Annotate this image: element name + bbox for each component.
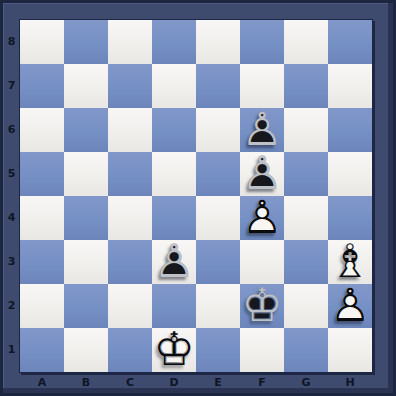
square-h1[interactable] [328,328,372,372]
square-h6[interactable] [328,108,372,152]
rank-label-1: 1 [3,328,20,372]
square-c7[interactable] [108,64,152,108]
board: ♟♙♟♙♟♙♟♙♝♗♚♔♟♙♚♔ [20,20,372,372]
rank-label-5: 5 [3,152,20,196]
square-g6[interactable] [284,108,328,152]
square-e4[interactable] [196,196,240,240]
square-e5[interactable] [196,152,240,196]
black-pawn-f5[interactable]: ♟♙ [240,152,284,196]
square-d1[interactable]: ♚♔ [152,328,196,372]
file-label-g: G [284,374,328,394]
bishop-glyph-fill: ♝ [328,239,372,283]
square-f4[interactable]: ♟♙ [240,196,284,240]
rank-labels: 87654321 [3,20,20,372]
king-glyph-outline: ♔ [152,327,196,371]
square-c6[interactable] [108,108,152,152]
pawn-glyph-outline: ♙ [328,283,372,327]
pawn-glyph-fill: ♟ [240,107,284,151]
rank-label-7: 7 [3,64,20,108]
square-a4[interactable] [20,196,64,240]
file-label-d: D [152,374,196,394]
file-label-f: F [240,374,284,394]
rank-label-3: 3 [3,240,20,284]
square-h7[interactable] [328,64,372,108]
king-glyph-fill: ♚ [152,327,196,371]
square-f5[interactable]: ♟♙ [240,152,284,196]
square-e2[interactable] [196,284,240,328]
file-label-c: C [108,374,152,394]
white-bishop-h3[interactable]: ♝♗ [328,240,372,284]
square-a2[interactable] [20,284,64,328]
square-a5[interactable] [20,152,64,196]
square-a3[interactable] [20,240,64,284]
king-glyph-outline: ♔ [240,283,284,327]
square-f6[interactable]: ♟♙ [240,108,284,152]
rank-label-2: 2 [3,284,20,328]
square-d7[interactable] [152,64,196,108]
square-c5[interactable] [108,152,152,196]
file-labels: ABCDEFGH [20,374,372,394]
square-h4[interactable] [328,196,372,240]
rank-label-8: 8 [3,20,20,64]
square-c2[interactable] [108,284,152,328]
square-g7[interactable] [284,64,328,108]
square-e1[interactable] [196,328,240,372]
square-e6[interactable] [196,108,240,152]
square-f1[interactable] [240,328,284,372]
pawn-glyph-outline: ♙ [240,151,284,195]
pawn-glyph-fill: ♟ [328,283,372,327]
rank-label-4: 4 [3,196,20,240]
square-d6[interactable] [152,108,196,152]
square-c3[interactable] [108,240,152,284]
square-d8[interactable] [152,20,196,64]
king-glyph-fill: ♚ [240,283,284,327]
square-a6[interactable] [20,108,64,152]
black-pawn-d3[interactable]: ♟♙ [152,240,196,284]
file-label-h: H [328,374,372,394]
file-label-a: A [20,374,64,394]
square-g5[interactable] [284,152,328,196]
square-h5[interactable] [328,152,372,196]
square-g3[interactable] [284,240,328,284]
pawn-glyph-outline: ♙ [152,239,196,283]
square-f8[interactable] [240,20,284,64]
square-c1[interactable] [108,328,152,372]
square-g8[interactable] [284,20,328,64]
square-f7[interactable] [240,64,284,108]
square-b1[interactable] [64,328,108,372]
square-d2[interactable] [152,284,196,328]
white-pawn-h2[interactable]: ♟♙ [328,284,372,328]
black-pawn-f6[interactable]: ♟♙ [240,108,284,152]
pawn-glyph-outline: ♙ [240,107,284,151]
pawn-glyph-fill: ♟ [240,195,284,239]
square-c4[interactable] [108,196,152,240]
square-b3[interactable] [64,240,108,284]
pawn-glyph-outline: ♙ [240,195,284,239]
square-f3[interactable] [240,240,284,284]
square-b7[interactable] [64,64,108,108]
file-label-e: E [196,374,240,394]
bishop-glyph-outline: ♗ [328,239,372,283]
square-a1[interactable] [20,328,64,372]
square-h3[interactable]: ♝♗ [328,240,372,284]
rank-label-6: 6 [3,108,20,152]
white-pawn-f4[interactable]: ♟♙ [240,196,284,240]
square-d5[interactable] [152,152,196,196]
pawn-glyph-fill: ♟ [240,151,284,195]
square-f2[interactable]: ♚♔ [240,284,284,328]
square-b2[interactable] [64,284,108,328]
pawn-glyph-fill: ♟ [152,239,196,283]
square-d4[interactable] [152,196,196,240]
square-e7[interactable] [196,64,240,108]
square-g2[interactable] [284,284,328,328]
square-h2[interactable]: ♟♙ [328,284,372,328]
black-king-f2[interactable]: ♚♔ [240,284,284,328]
square-b6[interactable] [64,108,108,152]
square-d3[interactable]: ♟♙ [152,240,196,284]
square-b8[interactable] [64,20,108,64]
square-c8[interactable] [108,20,152,64]
file-label-b: B [64,374,108,394]
square-b4[interactable] [64,196,108,240]
square-g4[interactable] [284,196,328,240]
chessboard-frame: 87654321 ♟♙♟♙♟♙♟♙♝♗♚♔♟♙♚♔ ABCDEFGH [0,0,396,396]
white-king-d1[interactable]: ♚♔ [152,328,196,372]
square-e3[interactable] [196,240,240,284]
square-g1[interactable] [284,328,328,372]
square-e8[interactable] [196,20,240,64]
square-a8[interactable] [20,20,64,64]
square-h8[interactable] [328,20,372,64]
square-b5[interactable] [64,152,108,196]
square-a7[interactable] [20,64,64,108]
